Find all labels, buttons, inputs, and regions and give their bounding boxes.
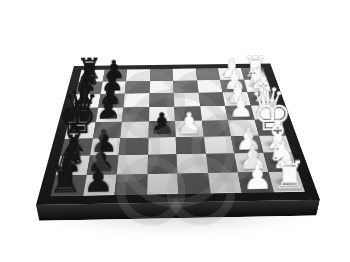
chessboard-scene: ♜♞♝♛♚♝♞♜♟♟♟♟♟♟♟♟♟♟♟♟♟♟♟♟♜♞♝♛♚♝♞♜ (0, 0, 350, 262)
piece-white-pawn[interactable]: ♟ (176, 109, 203, 139)
board-square[interactable] (208, 172, 242, 193)
piece-white-pawn[interactable]: ♟ (243, 161, 274, 195)
board-square[interactable] (150, 69, 174, 81)
board-square[interactable] (205, 153, 237, 172)
piece-black-rook[interactable]: ♜ (48, 159, 84, 198)
piece-black-pawn[interactable]: ♟ (148, 109, 175, 139)
board-square[interactable] (176, 136, 206, 154)
board-square[interactable] (117, 155, 148, 175)
board-square[interactable] (173, 69, 197, 81)
board-square[interactable] (115, 174, 147, 195)
board-square[interactable] (173, 80, 198, 93)
board-square[interactable] (122, 107, 149, 122)
board-square[interactable] (125, 81, 150, 94)
board-square[interactable] (148, 137, 177, 155)
board-square[interactable] (147, 154, 177, 173)
board-square[interactable] (174, 93, 200, 107)
piece-black-pawn[interactable]: ♟ (82, 164, 113, 198)
board-square[interactable] (177, 173, 210, 194)
board-square[interactable] (200, 106, 228, 121)
board-square[interactable]: ♟ (83, 174, 117, 196)
board-square[interactable] (119, 137, 148, 155)
board-square[interactable]: ♜ (268, 171, 305, 192)
chess-board: ♜♞♝♛♚♝♞♜♟♟♟♟♟♟♟♟♟♟♟♟♟♟♟♟♜♞♝♛♚♝♞♜ (36, 64, 320, 205)
board-square[interactable]: ♟ (95, 107, 123, 122)
board-square[interactable] (120, 121, 148, 137)
board-square[interactable] (198, 92, 225, 106)
board-square[interactable]: ♟ (148, 121, 176, 137)
board-square[interactable] (149, 93, 174, 107)
board-square[interactable]: ♟ (238, 172, 274, 193)
board-square[interactable]: ♜ (50, 175, 86, 197)
board-square[interactable] (123, 93, 149, 107)
board-square[interactable] (203, 136, 234, 154)
piece-black-pawn[interactable]: ♟ (95, 95, 121, 124)
piece-white-rook[interactable]: ♜ (272, 156, 307, 195)
board-square[interactable] (149, 80, 173, 93)
board-square[interactable] (177, 154, 208, 173)
board-square[interactable]: ♟ (175, 121, 203, 137)
board-square[interactable] (197, 80, 223, 93)
board-square[interactable] (201, 120, 230, 136)
board-square[interactable] (126, 69, 150, 81)
board-grid: ♜♞♝♛♚♝♞♜♟♟♟♟♟♟♟♟♟♟♟♟♟♟♟♟♜♞♝♛♚♝♞♜ (50, 68, 304, 197)
board-square[interactable] (195, 68, 220, 80)
board-square[interactable] (146, 173, 178, 194)
